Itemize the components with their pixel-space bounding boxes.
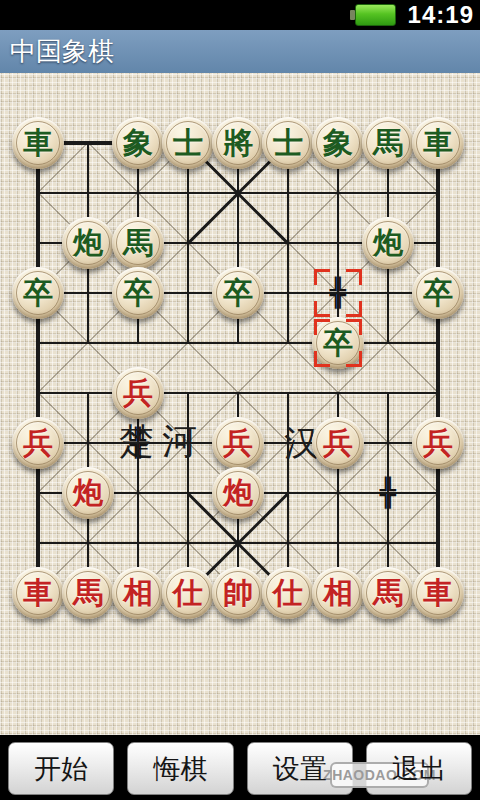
title-bar: 中国象棋: [0, 30, 480, 73]
piece-red-馬-7-9[interactable]: 馬: [362, 567, 414, 619]
piece-red-炮-1-7[interactable]: 炮: [62, 467, 114, 519]
battery-body: [355, 4, 396, 26]
piece-black-車-0-0[interactable]: 車: [12, 117, 64, 169]
piece-black-卒-2-3[interactable]: 卒: [112, 267, 164, 319]
start-button[interactable]: 开始: [8, 742, 114, 795]
piece-black-卒-6-4[interactable]: 卒: [312, 317, 364, 369]
battery-icon: [350, 4, 396, 26]
xiangqi-board[interactable]: 楚河 汉界 車象士將士象馬車炮馬炮卒卒卒卒卒兵兵兵兵兵炮炮車馬相仕帥仕相馬車╬╬…: [0, 73, 480, 735]
piece-black-象-6-0[interactable]: 象: [312, 117, 364, 169]
piece-red-仕-3-9[interactable]: 仕: [162, 567, 214, 619]
piece-red-帥-4-9[interactable]: 帥: [212, 567, 264, 619]
piece-red-仕-5-9[interactable]: 仕: [262, 567, 314, 619]
piece-red-兵-6-6[interactable]: 兵: [312, 417, 364, 469]
board-line: [387, 393, 389, 593]
piece-black-馬-2-2[interactable]: 馬: [112, 217, 164, 269]
screen: 14:19 中国象棋 楚河 汉界 車象士將士象馬車炮馬炮卒卒卒卒卒兵兵兵兵兵炮炮…: [0, 0, 480, 800]
piece-black-卒-4-3[interactable]: 卒: [212, 267, 264, 319]
piece-black-炮-1-2[interactable]: 炮: [62, 217, 114, 269]
board-line: [36, 141, 40, 595]
board-line: [337, 143, 339, 343]
piece-red-兵-8-6[interactable]: 兵: [412, 417, 464, 469]
piece-red-車-8-9[interactable]: 車: [412, 567, 464, 619]
piece-black-將-4-0[interactable]: 將: [212, 117, 264, 169]
status-bar: 14:19: [0, 0, 480, 30]
piece-red-車-0-9[interactable]: 車: [12, 567, 64, 619]
piece-red-炮-4-7[interactable]: 炮: [212, 467, 264, 519]
piece-red-馬-1-9[interactable]: 馬: [62, 567, 114, 619]
status-clock: 14:19: [408, 1, 474, 29]
piece-red-相-2-9[interactable]: 相: [112, 567, 164, 619]
corner-bracket-icon: [314, 301, 330, 317]
river-label-left: 楚河: [119, 418, 205, 465]
undo-move-button[interactable]: 悔棋: [127, 742, 233, 795]
piece-black-炮-7-2[interactable]: 炮: [362, 217, 414, 269]
board-line: [436, 141, 440, 595]
piece-black-象-2-0[interactable]: 象: [112, 117, 164, 169]
corner-bracket-icon: [346, 269, 362, 285]
piece-black-卒-8-3[interactable]: 卒: [412, 267, 464, 319]
button-bar: 开始 悔棋 设置 退出 ZHAODAO.COM: [0, 735, 480, 800]
piece-black-車-8-0[interactable]: 車: [412, 117, 464, 169]
piece-black-士-3-0[interactable]: 士: [162, 117, 214, 169]
piece-black-士-5-0[interactable]: 士: [262, 117, 314, 169]
piece-red-相-6-9[interactable]: 相: [312, 567, 364, 619]
corner-bracket-icon: [346, 301, 362, 317]
piece-black-馬-7-0[interactable]: 馬: [362, 117, 414, 169]
piece-red-兵-0-6[interactable]: 兵: [12, 417, 64, 469]
corner-bracket-icon: [314, 269, 330, 285]
app-title: 中国象棋: [10, 34, 114, 69]
piece-black-卒-0-3[interactable]: 卒: [12, 267, 64, 319]
piece-red-兵-2-5[interactable]: 兵: [112, 367, 164, 419]
piece-red-兵-4-6[interactable]: 兵: [212, 417, 264, 469]
